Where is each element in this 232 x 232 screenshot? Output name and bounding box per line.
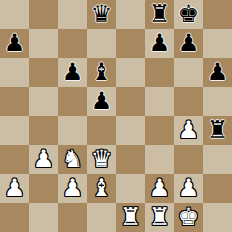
square-c3[interactable]: ♞ xyxy=(58,145,87,174)
white-king: ♚ xyxy=(174,203,203,232)
square-c6[interactable]: ♟ xyxy=(58,58,87,87)
square-h3[interactable] xyxy=(203,145,232,174)
square-e5[interactable] xyxy=(116,87,145,116)
square-b2[interactable] xyxy=(29,174,58,203)
square-f2[interactable]: ♟ xyxy=(145,174,174,203)
square-e6[interactable] xyxy=(116,58,145,87)
square-d7[interactable] xyxy=(87,29,116,58)
white-bishop: ♝ xyxy=(87,174,116,203)
square-h7[interactable] xyxy=(203,29,232,58)
square-f4[interactable] xyxy=(145,116,174,145)
square-g5[interactable] xyxy=(174,87,203,116)
square-g8[interactable]: ♚ xyxy=(174,0,203,29)
square-g6[interactable] xyxy=(174,58,203,87)
white-pawn: ♟ xyxy=(0,174,29,203)
square-f8[interactable]: ♜ xyxy=(145,0,174,29)
square-h2[interactable] xyxy=(203,174,232,203)
square-d8[interactable]: ♛ xyxy=(87,0,116,29)
square-c1[interactable] xyxy=(58,203,87,232)
square-b5[interactable] xyxy=(29,87,58,116)
square-a4[interactable] xyxy=(0,116,29,145)
square-h5[interactable] xyxy=(203,87,232,116)
square-a5[interactable] xyxy=(0,87,29,116)
black-rook: ♜ xyxy=(203,116,232,145)
square-f5[interactable] xyxy=(145,87,174,116)
white-rook: ♜ xyxy=(145,203,174,232)
square-b8[interactable] xyxy=(29,0,58,29)
square-e7[interactable] xyxy=(116,29,145,58)
square-a3[interactable] xyxy=(0,145,29,174)
square-b6[interactable] xyxy=(29,58,58,87)
square-h1[interactable] xyxy=(203,203,232,232)
square-g4[interactable]: ♟ xyxy=(174,116,203,145)
square-c7[interactable] xyxy=(58,29,87,58)
black-rook: ♜ xyxy=(145,0,174,29)
square-e2[interactable] xyxy=(116,174,145,203)
square-g7[interactable]: ♟ xyxy=(174,29,203,58)
white-pawn: ♟ xyxy=(145,174,174,203)
square-h8[interactable] xyxy=(203,0,232,29)
black-pawn: ♟ xyxy=(145,29,174,58)
square-b3[interactable]: ♟ xyxy=(29,145,58,174)
square-a2[interactable]: ♟ xyxy=(0,174,29,203)
black-pawn: ♟ xyxy=(87,87,116,116)
square-g2[interactable]: ♟ xyxy=(174,174,203,203)
black-pawn: ♟ xyxy=(174,29,203,58)
square-h6[interactable]: ♟ xyxy=(203,58,232,87)
square-c2[interactable]: ♟ xyxy=(58,174,87,203)
square-c4[interactable] xyxy=(58,116,87,145)
black-king: ♚ xyxy=(174,0,203,29)
square-e4[interactable] xyxy=(116,116,145,145)
square-g3[interactable] xyxy=(174,145,203,174)
square-c5[interactable] xyxy=(58,87,87,116)
square-f7[interactable]: ♟ xyxy=(145,29,174,58)
square-h4[interactable]: ♜ xyxy=(203,116,232,145)
square-d5[interactable]: ♟ xyxy=(87,87,116,116)
square-a8[interactable] xyxy=(0,0,29,29)
black-pawn: ♟ xyxy=(0,29,29,58)
black-bishop: ♝ xyxy=(87,58,116,87)
square-d2[interactable]: ♝ xyxy=(87,174,116,203)
square-e1[interactable]: ♜ xyxy=(116,203,145,232)
black-queen: ♛ xyxy=(87,0,116,29)
white-knight: ♞ xyxy=(58,145,87,174)
square-d4[interactable] xyxy=(87,116,116,145)
square-a7[interactable]: ♟ xyxy=(0,29,29,58)
square-d6[interactable]: ♝ xyxy=(87,58,116,87)
square-e3[interactable] xyxy=(116,145,145,174)
square-f6[interactable] xyxy=(145,58,174,87)
square-b1[interactable] xyxy=(29,203,58,232)
chess-board: ♛♜♚♟♟♟♟♝♟♟♟♜♟♞♛♟♟♝♟♟♜♜♚ xyxy=(0,0,232,232)
square-b7[interactable] xyxy=(29,29,58,58)
square-f3[interactable] xyxy=(145,145,174,174)
square-d3[interactable]: ♛ xyxy=(87,145,116,174)
square-b4[interactable] xyxy=(29,116,58,145)
black-pawn: ♟ xyxy=(203,58,232,87)
white-pawn: ♟ xyxy=(58,174,87,203)
square-c8[interactable] xyxy=(58,0,87,29)
square-f1[interactable]: ♜ xyxy=(145,203,174,232)
square-g1[interactable]: ♚ xyxy=(174,203,203,232)
white-pawn: ♟ xyxy=(29,145,58,174)
square-e8[interactable] xyxy=(116,0,145,29)
black-pawn: ♟ xyxy=(58,58,87,87)
square-d1[interactable] xyxy=(87,203,116,232)
white-queen: ♛ xyxy=(87,145,116,174)
white-rook: ♜ xyxy=(116,203,145,232)
square-a1[interactable] xyxy=(0,203,29,232)
square-a6[interactable] xyxy=(0,58,29,87)
white-pawn: ♟ xyxy=(174,174,203,203)
white-pawn: ♟ xyxy=(174,116,203,145)
